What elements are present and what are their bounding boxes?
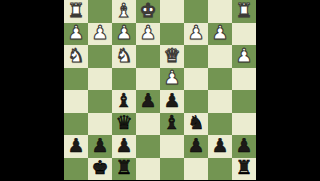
white-pawn-f2[interactable]: ♟: [115, 23, 132, 42]
square-g6[interactable]: [88, 113, 112, 136]
square-b7[interactable]: ♟: [208, 135, 232, 158]
square-h8[interactable]: [64, 158, 88, 181]
square-d8[interactable]: [160, 158, 184, 181]
square-f5[interactable]: ♝: [112, 90, 136, 113]
square-f7[interactable]: ♟: [112, 135, 136, 158]
square-c4[interactable]: [184, 68, 208, 91]
square-g8[interactable]: ♚: [88, 158, 112, 181]
square-g2[interactable]: ♟: [88, 23, 112, 46]
square-f8[interactable]: ♜: [112, 158, 136, 181]
square-d5[interactable]: ♟: [160, 90, 184, 113]
square-c5[interactable]: [184, 90, 208, 113]
square-h2[interactable]: ♟: [64, 23, 88, 46]
white-pawn-e2[interactable]: ♟: [139, 23, 156, 42]
black-pawn-f7[interactable]: ♟: [115, 136, 132, 155]
square-b2[interactable]: ♟: [208, 23, 232, 46]
square-a7[interactable]: ♟: [232, 135, 256, 158]
square-d1[interactable]: [160, 0, 184, 23]
square-c6[interactable]: ♞: [184, 113, 208, 136]
square-c3[interactable]: [184, 45, 208, 68]
square-b3[interactable]: [208, 45, 232, 68]
square-d6[interactable]: ♝: [160, 113, 184, 136]
square-b4[interactable]: [208, 68, 232, 91]
white-knight-h3[interactable]: ♞: [67, 46, 84, 65]
square-h4[interactable]: [64, 68, 88, 91]
square-a4[interactable]: [232, 68, 256, 91]
square-g4[interactable]: [88, 68, 112, 91]
square-e5[interactable]: ♟: [136, 90, 160, 113]
square-h7[interactable]: ♟: [64, 135, 88, 158]
black-pawn-b7[interactable]: ♟: [211, 136, 228, 155]
square-e7[interactable]: [136, 135, 160, 158]
black-pawn-g7[interactable]: ♟: [91, 136, 108, 155]
square-b8[interactable]: [208, 158, 232, 181]
square-e2[interactable]: ♟: [136, 23, 160, 46]
square-c8[interactable]: [184, 158, 208, 181]
chess-board: ♜♝♚♜♟♟♟♟♟♟♞♞♛♟♟♝♟♟♛♝♞♟♟♟♟♟♟♚♜♜: [64, 0, 256, 180]
square-f3[interactable]: ♞: [112, 45, 136, 68]
square-f1[interactable]: ♝: [112, 0, 136, 23]
white-rook-h1[interactable]: ♜: [67, 1, 84, 20]
square-f6[interactable]: ♛: [112, 113, 136, 136]
square-e8[interactable]: [136, 158, 160, 181]
square-f2[interactable]: ♟: [112, 23, 136, 46]
letterbox-left: [0, 0, 64, 180]
square-h1[interactable]: ♜: [64, 0, 88, 23]
square-f4[interactable]: [112, 68, 136, 91]
white-pawn-h2[interactable]: ♟: [67, 23, 84, 42]
letterbox-right: [256, 0, 320, 180]
square-b5[interactable]: [208, 90, 232, 113]
black-bishop-d6[interactable]: ♝: [163, 113, 180, 132]
square-c2[interactable]: ♟: [184, 23, 208, 46]
white-knight-f3[interactable]: ♞: [115, 46, 132, 65]
white-pawn-b2[interactable]: ♟: [211, 23, 228, 42]
square-e1[interactable]: ♚: [136, 0, 160, 23]
black-knight-c6[interactable]: ♞: [187, 113, 204, 132]
square-d3[interactable]: ♛: [160, 45, 184, 68]
black-pawn-c7[interactable]: ♟: [187, 136, 204, 155]
square-a3[interactable]: ♟: [232, 45, 256, 68]
square-e4[interactable]: [136, 68, 160, 91]
black-pawn-a7[interactable]: ♟: [235, 136, 252, 155]
square-e6[interactable]: [136, 113, 160, 136]
white-pawn-a3[interactable]: ♟: [235, 46, 252, 65]
square-g7[interactable]: ♟: [88, 135, 112, 158]
square-g5[interactable]: [88, 90, 112, 113]
square-a5[interactable]: [232, 90, 256, 113]
white-king-e1[interactable]: ♚: [139, 1, 156, 20]
square-h6[interactable]: [64, 113, 88, 136]
black-rook-a8[interactable]: ♜: [235, 158, 252, 177]
white-pawn-g2[interactable]: ♟: [91, 23, 108, 42]
square-a6[interactable]: [232, 113, 256, 136]
white-queen-d3[interactable]: ♛: [163, 46, 180, 65]
black-rook-f8[interactable]: ♜: [115, 158, 132, 177]
square-d4[interactable]: ♟: [160, 68, 184, 91]
white-pawn-c2[interactable]: ♟: [187, 23, 204, 42]
square-a8[interactable]: ♜: [232, 158, 256, 181]
square-b6[interactable]: [208, 113, 232, 136]
square-h3[interactable]: ♞: [64, 45, 88, 68]
black-queen-f6[interactable]: ♛: [115, 113, 132, 132]
square-c7[interactable]: ♟: [184, 135, 208, 158]
square-c1[interactable]: [184, 0, 208, 23]
screenshot-stage: ♜♝♚♜♟♟♟♟♟♟♞♞♛♟♟♝♟♟♛♝♞♟♟♟♟♟♟♚♜♜: [0, 0, 320, 180]
black-bishop-f5[interactable]: ♝: [115, 91, 132, 110]
square-h5[interactable]: [64, 90, 88, 113]
white-rook-a1[interactable]: ♜: [235, 1, 252, 20]
square-a1[interactable]: ♜: [232, 0, 256, 23]
black-king-g8[interactable]: ♚: [91, 158, 108, 177]
square-b1[interactable]: [208, 0, 232, 23]
black-pawn-e5[interactable]: ♟: [139, 91, 156, 110]
white-pawn-d4[interactable]: ♟: [163, 68, 180, 87]
square-d7[interactable]: [160, 135, 184, 158]
square-d2[interactable]: [160, 23, 184, 46]
square-g3[interactable]: [88, 45, 112, 68]
white-bishop-f1[interactable]: ♝: [115, 1, 132, 20]
square-e3[interactable]: [136, 45, 160, 68]
black-pawn-h7[interactable]: ♟: [67, 136, 84, 155]
square-g1[interactable]: [88, 0, 112, 23]
square-a2[interactable]: [232, 23, 256, 46]
black-pawn-d5[interactable]: ♟: [163, 91, 180, 110]
